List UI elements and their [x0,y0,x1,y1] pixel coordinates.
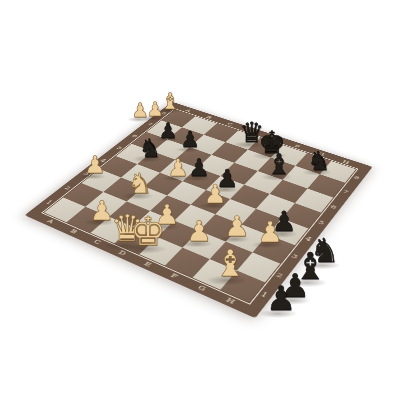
pawn-glyph: ♟ [257,218,283,247]
piece-white-knight-b3[interactable]: ♞ [127,170,152,198]
piece-black-pawn-b6[interactable]: ♟ [180,129,200,151]
piece-black-knight-a5[interactable]: ♞ [139,136,161,161]
pawn-glyph: ♟ [84,154,105,178]
file-label-top-A: A [184,108,192,112]
chess-photo-scene: AA11BB22CC33DD44EE55FF66GG77HH88 ♟♟♞♛♚♟♟… [0,0,400,400]
bishop-glyph: ♝ [214,246,247,283]
rank-label-right-5: 5 [317,220,326,226]
piece-white-king-d1[interactable]: ♚ [130,212,165,252]
piece-black-knight-g7[interactable]: ♞ [307,148,330,174]
pawn-glyph: ♟ [186,217,212,246]
king-glyph: ♚ [130,212,165,252]
piece-white-bishop-g1[interactable]: ♝ [214,246,247,283]
file-label-bottom-B: B [69,228,79,235]
piece-black-pawn-a6[interactable]: ♟ [159,120,178,141]
piece-white-pawn-f2[interactable]: ♟ [186,217,212,246]
pawn-glyph: ♟ [266,282,296,316]
file-label-bottom-H: H [225,296,237,305]
pawn-glyph: ♟ [203,182,226,208]
pawn-glyph: ♟ [131,101,149,121]
file-label-bottom-C: C [92,238,103,245]
pawn-glyph: ♟ [180,129,200,151]
pawn-glyph: ♟ [188,156,210,180]
file-label-bottom-G: G [196,284,207,292]
piece-black-pawn-c5[interactable]: ♟ [188,156,210,180]
knight-glyph: ♞ [307,148,330,174]
bishop-glyph: ♝ [266,151,291,179]
piece-black-pawn-captured-4[interactable]: ♟ [266,282,296,316]
file-label-bottom-A: A [46,218,56,225]
pawn-glyph: ♟ [159,120,178,141]
piece-white-pawn-e4[interactable]: ♟ [203,182,226,208]
piece-black-bishop-e7[interactable]: ♝ [266,151,291,179]
rank-label-right-7: 7 [341,189,349,195]
knight-glyph: ♞ [127,170,152,198]
file-label-bottom-E: E [143,260,154,268]
piece-white-pawn-g3[interactable]: ♟ [257,218,283,247]
file-label-top-F: F [294,144,302,149]
piece-white-pawn-captured-1[interactable]: ♟ [131,101,149,121]
knight-glyph: ♞ [139,136,161,161]
piece-white-pawn-a3[interactable]: ♟ [84,154,105,178]
pawn-glyph: ♟ [224,213,249,241]
piece-white-pawn-f3[interactable]: ♟ [224,213,249,241]
file-label-bottom-F: F [169,272,179,280]
rank-label-right-8: 8 [353,175,361,180]
rank-label-right-6: 6 [329,204,337,210]
